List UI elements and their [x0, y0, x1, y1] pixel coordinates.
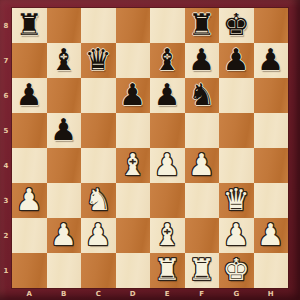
rank-label-8: 8: [0, 8, 12, 43]
rank-label-2: 2: [0, 218, 12, 253]
square-h5[interactable]: [254, 113, 289, 148]
square-a6[interactable]: ♟: [12, 78, 47, 113]
white-pawn-g2[interactable]: ♟: [223, 220, 250, 250]
black-pawn-a6[interactable]: ♟: [16, 80, 43, 110]
square-b4[interactable]: [47, 148, 82, 183]
square-e4[interactable]: ♟: [150, 148, 185, 183]
square-e6[interactable]: ♟: [150, 78, 185, 113]
square-b2[interactable]: ♟: [47, 218, 82, 253]
square-g6[interactable]: [219, 78, 254, 113]
black-pawn-f7[interactable]: ♟: [188, 45, 215, 75]
file-labels: ABCDEFGH: [12, 288, 288, 300]
square-g3[interactable]: ♛: [219, 183, 254, 218]
square-a8[interactable]: ♜: [12, 8, 47, 43]
file-label-d: D: [116, 288, 151, 300]
square-g7[interactable]: ♟: [219, 43, 254, 78]
white-queen-g3[interactable]: ♛: [223, 185, 250, 215]
square-h1[interactable]: [254, 253, 289, 288]
square-g4[interactable]: [219, 148, 254, 183]
square-c3[interactable]: ♞: [81, 183, 116, 218]
chess-board-diagram: 87654321 ♜♜♚♝♛♝♟♟♟♟♟♟♞♟♝♟♟♟♞♛♟♟♝♟♟♜♜♚ AB…: [0, 0, 300, 300]
square-f3[interactable]: [185, 183, 220, 218]
square-f8[interactable]: ♜: [185, 8, 220, 43]
black-pawn-d6[interactable]: ♟: [119, 80, 146, 110]
square-h2[interactable]: ♟: [254, 218, 289, 253]
white-rook-e1[interactable]: ♜: [154, 255, 181, 285]
rank-label-4: 4: [0, 148, 12, 183]
square-b6[interactable]: [47, 78, 82, 113]
square-c2[interactable]: ♟: [81, 218, 116, 253]
black-bishop-b7[interactable]: ♝: [50, 45, 77, 75]
black-queen-c7[interactable]: ♛: [85, 45, 112, 75]
white-bishop-d4[interactable]: ♝: [119, 150, 146, 180]
square-a5[interactable]: [12, 113, 47, 148]
rank-label-6: 6: [0, 78, 12, 113]
square-d3[interactable]: [116, 183, 151, 218]
rank-label-5: 5: [0, 113, 12, 148]
white-king-g1[interactable]: ♚: [223, 255, 250, 285]
file-label-g: G: [219, 288, 254, 300]
rank-label-7: 7: [0, 43, 12, 78]
black-bishop-e7[interactable]: ♝: [154, 45, 181, 75]
chess-board[interactable]: ♜♜♚♝♛♝♟♟♟♟♟♟♞♟♝♟♟♟♞♛♟♟♝♟♟♜♜♚: [12, 8, 288, 288]
square-b8[interactable]: [47, 8, 82, 43]
square-d6[interactable]: ♟: [116, 78, 151, 113]
square-e8[interactable]: [150, 8, 185, 43]
square-c5[interactable]: [81, 113, 116, 148]
black-rook-f8[interactable]: ♜: [188, 10, 215, 40]
square-h3[interactable]: [254, 183, 289, 218]
white-pawn-h2[interactable]: ♟: [257, 220, 284, 250]
black-knight-f6[interactable]: ♞: [188, 80, 215, 110]
white-knight-c3[interactable]: ♞: [85, 185, 112, 215]
square-d5[interactable]: [116, 113, 151, 148]
file-label-f: F: [185, 288, 220, 300]
square-h4[interactable]: [254, 148, 289, 183]
file-label-a: A: [12, 288, 47, 300]
square-c1[interactable]: [81, 253, 116, 288]
square-g8[interactable]: ♚: [219, 8, 254, 43]
square-e3[interactable]: [150, 183, 185, 218]
square-b5[interactable]: ♟: [47, 113, 82, 148]
white-pawn-e4[interactable]: ♟: [154, 150, 181, 180]
square-a2[interactable]: [12, 218, 47, 253]
square-f6[interactable]: ♞: [185, 78, 220, 113]
black-pawn-h7[interactable]: ♟: [257, 45, 284, 75]
square-b1[interactable]: [47, 253, 82, 288]
black-rook-a8[interactable]: ♜: [16, 10, 43, 40]
square-d4[interactable]: ♝: [116, 148, 151, 183]
black-king-g8[interactable]: ♚: [223, 10, 250, 40]
white-pawn-c2[interactable]: ♟: [85, 220, 112, 250]
square-e7[interactable]: ♝: [150, 43, 185, 78]
file-label-b: B: [47, 288, 82, 300]
square-d7[interactable]: [116, 43, 151, 78]
square-a4[interactable]: [12, 148, 47, 183]
square-g5[interactable]: [219, 113, 254, 148]
square-e1[interactable]: ♜: [150, 253, 185, 288]
file-label-c: C: [81, 288, 116, 300]
file-label-e: E: [150, 288, 185, 300]
white-pawn-f4[interactable]: ♟: [188, 150, 215, 180]
black-pawn-e6[interactable]: ♟: [154, 80, 181, 110]
square-g1[interactable]: ♚: [219, 253, 254, 288]
square-a1[interactable]: [12, 253, 47, 288]
white-pawn-a3[interactable]: ♟: [16, 185, 43, 215]
white-bishop-e2[interactable]: ♝: [154, 220, 181, 250]
square-a7[interactable]: [12, 43, 47, 78]
rank-label-3: 3: [0, 183, 12, 218]
square-f1[interactable]: ♜: [185, 253, 220, 288]
square-d1[interactable]: [116, 253, 151, 288]
white-pawn-b2[interactable]: ♟: [50, 220, 77, 250]
file-label-h: H: [254, 288, 289, 300]
square-h8[interactable]: [254, 8, 289, 43]
square-h6[interactable]: [254, 78, 289, 113]
square-e5[interactable]: [150, 113, 185, 148]
square-a3[interactable]: ♟: [12, 183, 47, 218]
white-rook-f1[interactable]: ♜: [188, 255, 215, 285]
square-b7[interactable]: ♝: [47, 43, 82, 78]
black-pawn-g7[interactable]: ♟: [223, 45, 250, 75]
square-c4[interactable]: [81, 148, 116, 183]
square-f7[interactable]: ♟: [185, 43, 220, 78]
square-g2[interactable]: ♟: [219, 218, 254, 253]
square-c7[interactable]: ♛: [81, 43, 116, 78]
black-pawn-b5[interactable]: ♟: [50, 115, 77, 145]
square-c8[interactable]: [81, 8, 116, 43]
square-b3[interactable]: [47, 183, 82, 218]
square-e2[interactable]: ♝: [150, 218, 185, 253]
square-f5[interactable]: [185, 113, 220, 148]
square-d8[interactable]: [116, 8, 151, 43]
rank-label-1: 1: [0, 253, 12, 288]
square-d2[interactable]: [116, 218, 151, 253]
square-h7[interactable]: ♟: [254, 43, 289, 78]
square-f4[interactable]: ♟: [185, 148, 220, 183]
rank-labels: 87654321: [0, 8, 12, 288]
square-c6[interactable]: [81, 78, 116, 113]
square-f2[interactable]: [185, 218, 220, 253]
